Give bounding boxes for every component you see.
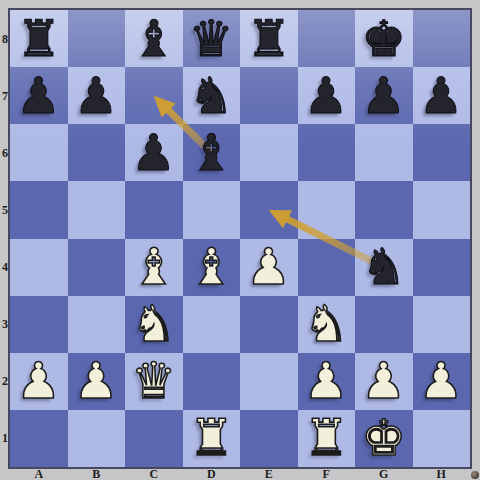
square-a3[interactable] bbox=[10, 296, 68, 353]
piece-black-rook-a8[interactable]: ♜ bbox=[10, 10, 68, 67]
piece-white-rook-f1[interactable]: ♜ bbox=[298, 410, 356, 467]
square-b3[interactable] bbox=[68, 296, 126, 353]
rank-label-4: 4 bbox=[2, 260, 8, 275]
piece-white-bishop-c4[interactable]: ♝ bbox=[125, 239, 183, 296]
square-e2[interactable] bbox=[240, 353, 298, 410]
piece-black-pawn-h7[interactable]: ♟ bbox=[413, 67, 471, 124]
square-h4[interactable] bbox=[413, 239, 471, 296]
square-b4[interactable] bbox=[68, 239, 126, 296]
file-label-h: H bbox=[437, 467, 446, 480]
square-f6[interactable] bbox=[298, 124, 356, 181]
piece-white-queen-c2[interactable]: ♛ bbox=[125, 353, 183, 410]
file-label-g: G bbox=[379, 467, 388, 480]
rank-label-7: 7 bbox=[2, 88, 8, 103]
square-c5[interactable] bbox=[125, 181, 183, 238]
file-label-a: A bbox=[34, 467, 43, 480]
square-d3[interactable] bbox=[183, 296, 241, 353]
square-h3[interactable] bbox=[413, 296, 471, 353]
piece-black-rook-e8[interactable]: ♜ bbox=[240, 10, 298, 67]
square-d5[interactable] bbox=[183, 181, 241, 238]
square-c7[interactable] bbox=[125, 67, 183, 124]
square-c1[interactable] bbox=[125, 410, 183, 467]
file-label-b: B bbox=[92, 467, 100, 480]
square-e7[interactable] bbox=[240, 67, 298, 124]
square-f8[interactable] bbox=[298, 10, 356, 67]
piece-white-bishop-d4[interactable]: ♝ bbox=[183, 239, 241, 296]
piece-white-pawn-h2[interactable]: ♟ bbox=[413, 353, 471, 410]
piece-black-pawn-f7[interactable]: ♟ bbox=[298, 67, 356, 124]
piece-white-knight-f3[interactable]: ♞ bbox=[298, 296, 356, 353]
piece-black-bishop-c8[interactable]: ♝ bbox=[125, 10, 183, 67]
file-label-f: F bbox=[323, 467, 330, 480]
rank-label-5: 5 bbox=[2, 202, 8, 217]
rank-label-1: 1 bbox=[2, 431, 8, 446]
piece-white-pawn-e4[interactable]: ♟ bbox=[240, 239, 298, 296]
piece-white-pawn-b2[interactable]: ♟ bbox=[68, 353, 126, 410]
square-h1[interactable] bbox=[413, 410, 471, 467]
file-label-e: E bbox=[265, 467, 273, 480]
piece-white-king-g1[interactable]: ♚ bbox=[355, 410, 413, 467]
square-a5[interactable] bbox=[10, 181, 68, 238]
file-label-d: D bbox=[207, 467, 216, 480]
square-e6[interactable] bbox=[240, 124, 298, 181]
piece-black-pawn-b7[interactable]: ♟ bbox=[68, 67, 126, 124]
square-e1[interactable] bbox=[240, 410, 298, 467]
rank-label-2: 2 bbox=[2, 374, 8, 389]
square-a4[interactable] bbox=[10, 239, 68, 296]
square-a1[interactable] bbox=[10, 410, 68, 467]
square-g5[interactable] bbox=[355, 181, 413, 238]
square-b8[interactable] bbox=[68, 10, 126, 67]
rank-label-8: 8 bbox=[2, 31, 8, 46]
piece-black-knight-g4[interactable]: ♞ bbox=[355, 239, 413, 296]
rank-label-3: 3 bbox=[2, 317, 8, 332]
piece-white-pawn-g2[interactable]: ♟ bbox=[355, 353, 413, 410]
square-h5[interactable] bbox=[413, 181, 471, 238]
square-g6[interactable] bbox=[355, 124, 413, 181]
piece-black-bishop-d6[interactable]: ♝ bbox=[183, 124, 241, 181]
piece-black-knight-d7[interactable]: ♞ bbox=[183, 67, 241, 124]
square-e5[interactable] bbox=[240, 181, 298, 238]
file-label-c: C bbox=[149, 467, 158, 480]
square-b1[interactable] bbox=[68, 410, 126, 467]
square-d2[interactable] bbox=[183, 353, 241, 410]
square-h8[interactable] bbox=[413, 10, 471, 67]
square-a6[interactable] bbox=[10, 124, 68, 181]
square-g3[interactable] bbox=[355, 296, 413, 353]
square-e3[interactable] bbox=[240, 296, 298, 353]
square-b5[interactable] bbox=[68, 181, 126, 238]
piece-black-queen-d8[interactable]: ♛ bbox=[183, 10, 241, 67]
piece-black-pawn-a7[interactable]: ♟ bbox=[10, 67, 68, 124]
piece-white-pawn-a2[interactable]: ♟ bbox=[10, 353, 68, 410]
piece-black-king-g8[interactable]: ♚ bbox=[355, 10, 413, 67]
corner-grip-dot[interactable] bbox=[471, 471, 479, 479]
piece-black-pawn-g7[interactable]: ♟ bbox=[355, 67, 413, 124]
piece-white-pawn-f2[interactable]: ♟ bbox=[298, 353, 356, 410]
chess-board-window: ♜♝♛♜♚♟♟♞♟♟♟♟♝♝♝♟♞♞♞♟♟♛♟♟♟♜♜♚ 87654321ABC… bbox=[0, 0, 480, 480]
piece-black-pawn-c6[interactable]: ♟ bbox=[125, 124, 183, 181]
rank-label-6: 6 bbox=[2, 145, 8, 160]
piece-white-rook-d1[interactable]: ♜ bbox=[183, 410, 241, 467]
square-f4[interactable] bbox=[298, 239, 356, 296]
square-h6[interactable] bbox=[413, 124, 471, 181]
square-b6[interactable] bbox=[68, 124, 126, 181]
piece-white-knight-c3[interactable]: ♞ bbox=[125, 296, 183, 353]
square-f5[interactable] bbox=[298, 181, 356, 238]
